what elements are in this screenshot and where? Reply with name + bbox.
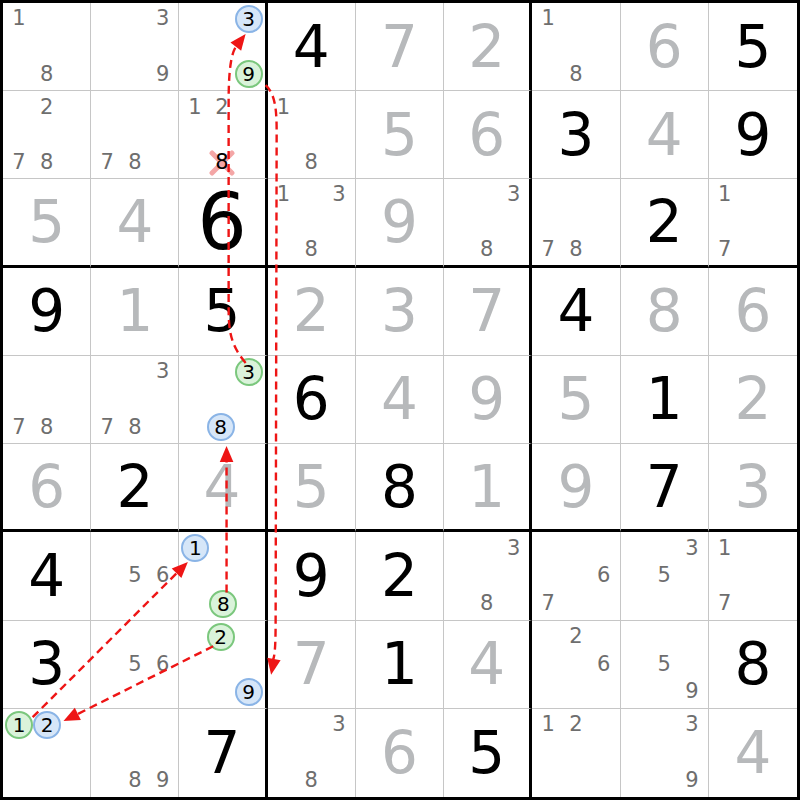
candidate-slot-4 [623,739,651,767]
candidate-slot-8: 8 [121,767,149,795]
digit: 6 [709,268,797,355]
candidate-slot-3 [590,181,618,208]
candidate-slot-1: 1 [270,93,298,121]
digit: 1 [444,444,529,529]
candidate-slot-9: 9 [678,678,706,706]
candidate-slot-8 [207,678,235,706]
cell-r1c2[interactable]: 39 [91,3,179,91]
candidate-slot-7 [623,590,651,618]
cell-r5c8[interactable]: 1 [621,356,709,444]
candidate-slot-9: 9 [149,60,177,88]
cell-r9c1[interactable]: 12 [3,709,91,797]
cell-r3c8[interactable]: 2 [621,179,709,267]
candidate-slot-9 [590,236,618,263]
candidate-slot-8 [562,678,590,706]
candidate-slot-9 [500,590,527,618]
candidate-slot-9: 9 [235,678,263,706]
candidate-slot-7 [93,767,121,795]
candidate-slot-6 [61,739,88,767]
candidate-slot-8: 8 [33,60,61,88]
cell-r5c3[interactable]: 38 [179,356,267,444]
candidate-slot-6 [149,33,177,61]
cell-r2c1[interactable]: 278 [3,91,91,179]
candidate-slot-9 [678,590,706,618]
candidates: 17 [709,532,797,619]
cell-r4c6[interactable]: 7 [444,268,532,356]
candidate-1: 1 [12,8,25,29]
candidate-slot-8: 8 [33,413,61,441]
digit: 4 [444,621,529,708]
candidate-slot-3 [149,93,177,121]
cell-r6c3[interactable]: 4 [179,444,267,532]
cell-r7c7[interactable]: 67 [532,532,620,620]
candidate-slot-4 [446,562,473,590]
candidate-slot-4 [93,386,121,414]
candidate-8: 8 [128,152,141,173]
cell-r1c4[interactable]: 4 [268,3,356,91]
cell-r6c5[interactable]: 8 [356,444,444,532]
candidate-slot-5 [650,739,678,767]
cell-r8c9[interactable]: 8 [709,621,797,709]
candidate-slot-6 [236,121,263,149]
candidate-slot-6 [590,209,618,236]
candidate-3: 3 [235,358,263,386]
candidate-slot-3 [590,711,618,739]
candidate-slot-4 [181,562,209,589]
digit: 5 [268,444,355,529]
cell-r4c7[interactable]: 4 [532,268,620,356]
digit: 4 [709,709,797,797]
cell-r5c4[interactable]: 6 [268,356,356,444]
candidate-slot-1: 1 [5,711,33,739]
cell-r5c1[interactable]: 78 [3,356,91,444]
candidate-slot-2 [121,358,149,386]
candidates: 12 [3,709,90,797]
candidate-3: 3 [156,8,169,29]
cell-r3c6[interactable]: 38 [444,179,532,267]
candidate-9: 9 [235,678,263,706]
candidate-slot-8 [121,60,149,88]
candidate-1: 1 [277,97,290,118]
candidate-slot-3 [60,358,88,386]
candidate-slot-1 [446,534,473,562]
candidates: 38 [179,356,264,443]
candidate-slot-2 [33,5,61,33]
candidates: 29 [179,621,264,708]
candidate-slot-9 [767,590,795,618]
candidate-7: 7 [12,417,25,438]
candidate-7: 7 [100,417,113,438]
candidate-slot-8 [650,678,678,706]
cell-r9c7[interactable]: 12 [532,709,620,797]
digit: 5 [3,179,90,264]
cell-r1c1[interactable]: 18 [3,3,91,91]
cell-r4c2[interactable]: 1 [91,268,179,356]
candidate-slot-3 [235,623,263,651]
cell-r5c5[interactable]: 4 [356,356,444,444]
cell-r9c5[interactable]: 6 [356,709,444,797]
candidate-slot-3 [325,93,353,121]
candidate-slot-8: 8 [33,149,61,177]
candidate-slot-6: 6 [590,562,618,590]
candidate-3: 3 [507,538,520,559]
candidate-slot-6 [590,739,618,767]
candidates: 18 [3,3,90,90]
digit: 6 [179,179,264,264]
candidate-slot-6 [235,651,263,678]
cell-r7c3[interactable]: 18 [179,532,267,620]
digit: 4 [621,91,708,178]
candidate-slot-1 [181,623,206,651]
candidate-slot-9 [61,767,88,795]
candidate-slot-3: 3 [325,711,353,739]
candidates: 78 [3,356,90,443]
candidate-slot-6 [590,33,618,61]
candidate-slot-5 [562,209,590,236]
candidate-slot-2: 2 [562,623,590,651]
candidate-slot-2 [297,711,325,739]
candidate-slot-1 [93,5,121,33]
candidate-slot-2 [473,181,500,208]
cell-r8c3[interactable]: 29 [179,621,267,709]
candidate-5: 5 [657,565,670,586]
candidate-slot-4 [5,121,33,149]
candidates: 38 [444,179,529,264]
cell-r7c9[interactable]: 17 [709,532,797,620]
candidate-6: 6 [597,565,610,586]
candidate-slot-9 [590,60,618,88]
candidate-slot-1 [270,711,298,739]
candidate-slot-3: 3 [678,711,706,739]
candidate-slot-2 [650,534,678,562]
cell-r3c1[interactable]: 5 [3,179,91,267]
cell-r8c2[interactable]: 56 [91,621,179,709]
candidate-1: 1 [542,714,555,735]
candidate-3: 3 [685,714,698,735]
candidate-slot-7 [270,767,298,795]
cell-r1c5[interactable]: 7 [356,3,444,91]
candidate-slot-8 [739,590,767,618]
digit: 5 [444,709,529,797]
candidate-slot-5 [121,386,149,414]
cell-r3c5[interactable]: 9 [356,179,444,267]
cell-r8c7[interactable]: 26 [532,621,620,709]
candidate-slot-3 [149,711,177,739]
digit: 7 [621,444,708,529]
candidate-slot-3 [590,5,618,33]
candidate-slot-5 [562,650,590,678]
candidate-slot-3 [60,93,88,121]
candidate-slot-5 [297,121,325,149]
digit: 2 [91,444,178,529]
candidate-slot-2 [209,534,237,562]
candidate-slot-1 [446,181,473,208]
cell-r2c2[interactable]: 78 [91,91,179,179]
digit: 8 [709,621,797,708]
cell-r2c8[interactable]: 4 [621,91,709,179]
cell-r6c2[interactable]: 2 [91,444,179,532]
candidate-1: 1 [277,184,290,205]
candidates: 39 [91,3,178,90]
cell-r8c4[interactable]: 7 [268,621,356,709]
candidate-slot-6 [325,121,353,149]
candidates: 18 [532,3,619,90]
sudoku-board: 1839394721865278781281856349546138938782… [0,0,800,800]
candidate-2: 2 [569,714,582,735]
candidate-slot-1 [534,623,562,651]
cell-r5c6[interactable]: 9 [444,356,532,444]
digit: 5 [356,91,443,178]
candidate-slot-3 [767,181,795,208]
cell-r3c9[interactable]: 17 [709,179,797,267]
cell-r7c8[interactable]: 35 [621,532,709,620]
candidate-1: 1 [718,538,731,559]
candidate-slot-4 [446,209,473,236]
cell-r3c3[interactable]: 6 [179,179,267,267]
candidate-slot-2 [650,711,678,739]
candidate-slot-8: 8 [209,590,237,618]
cell-r7c6[interactable]: 38 [444,532,532,620]
cell-r4c4[interactable]: 2 [268,268,356,356]
cell-r2c7[interactable]: 3 [532,91,620,179]
candidate-9: 9 [235,60,263,88]
candidate-slot-6: 6 [149,562,177,590]
digit: 1 [91,268,178,355]
candidate-slot-4 [711,209,739,236]
cell-r5c2[interactable]: 378 [91,356,179,444]
candidate-slot-4 [534,650,562,678]
digit: 7 [268,621,355,708]
candidate-slot-1 [623,623,651,651]
candidate-slot-2 [121,623,149,651]
cell-r4c5[interactable]: 3 [356,268,444,356]
cell-r8c6[interactable]: 4 [444,621,532,709]
candidate-slot-3 [236,93,263,121]
candidate-1: 1 [188,97,201,118]
digit: 4 [179,444,264,529]
sudoku-grid: 1839394721865278781281856349546138938782… [3,3,797,797]
candidate-slot-5 [473,562,500,590]
candidate-slot-1 [93,358,121,386]
digit: 4 [3,532,90,619]
cell-r1c8[interactable]: 6 [621,3,709,91]
cell-r7c2[interactable]: 56 [91,532,179,620]
candidate-slot-5 [739,562,767,590]
candidate-slot-2 [473,534,500,562]
digit: 1 [621,356,708,443]
candidate-slot-1: 1 [534,711,562,739]
candidate-slot-7 [5,60,33,88]
candidate-8: 8 [128,770,141,791]
cell-r7c5[interactable]: 2 [356,532,444,620]
digit: 8 [356,444,443,529]
digit: 6 [268,356,355,443]
candidate-slot-8: 8 [297,767,325,795]
eliminated-candidate-8: 8 [209,149,236,177]
candidate-1: 1 [542,8,555,29]
candidate-slot-9 [237,590,262,618]
digit: 5 [709,3,797,90]
candidate-slot-6 [235,386,263,413]
candidate-slot-2: 2 [209,93,236,121]
cell-r9c3[interactable]: 7 [179,709,267,797]
cell-r1c9[interactable]: 5 [709,3,797,91]
candidate-slot-8 [33,767,61,795]
cell-r6c6[interactable]: 1 [444,444,532,532]
cell-r9c8[interactable]: 39 [621,709,709,797]
cell-r6c8[interactable]: 7 [621,444,709,532]
candidate-slot-4 [270,121,298,149]
cell-r2c5[interactable]: 5 [356,91,444,179]
candidate-slot-3 [149,623,177,651]
cell-r1c7[interactable]: 18 [532,3,620,91]
candidate-9: 9 [156,770,169,791]
digit: 9 [3,268,90,355]
candidate-slot-8 [650,590,678,618]
cell-r9c9[interactable]: 4 [709,709,797,797]
candidates: 39 [621,709,708,797]
digit: 9 [532,444,619,529]
candidate-slot-9 [325,236,353,263]
digit: 1 [356,621,443,708]
cell-r4c9[interactable]: 6 [709,268,797,356]
candidate-slot-2: 2 [33,93,61,121]
candidates: 39 [179,3,264,90]
cell-r1c3[interactable]: 39 [179,3,267,91]
cell-r8c8[interactable]: 59 [621,621,709,709]
cell-r8c5[interactable]: 1 [356,621,444,709]
candidate-8: 8 [215,152,228,173]
candidate-3: 3 [235,5,263,33]
candidate-slot-3: 3 [149,5,177,33]
cell-r9c4[interactable]: 38 [268,709,356,797]
cell-r6c4[interactable]: 5 [268,444,356,532]
candidates: 17 [709,179,797,264]
candidates: 18 [268,91,355,178]
candidate-slot-7 [446,236,473,263]
candidate-slot-7 [270,149,298,177]
candidate-slot-2 [297,93,325,121]
candidate-slot-5 [562,739,590,767]
candidate-slot-8: 8 [207,413,235,441]
cell-r3c4[interactable]: 138 [268,179,356,267]
candidate-slot-7: 7 [534,590,562,618]
candidate-5: 5 [128,565,141,586]
candidate-slot-2 [739,534,767,562]
candidate-slot-9 [149,413,177,441]
cell-r1c6[interactable]: 2 [444,3,532,91]
candidate-8: 8 [40,152,53,173]
candidate-2: 2 [40,97,53,118]
candidate-slot-3 [590,623,618,651]
candidate-slot-6 [325,209,353,236]
candidate-slot-5: 5 [121,562,149,590]
cell-r9c2[interactable]: 89 [91,709,179,797]
candidate-slot-5 [473,209,500,236]
cell-r6c1[interactable]: 6 [3,444,91,532]
candidate-slot-9 [60,413,88,441]
digit: 3 [3,621,90,708]
candidate-slot-5 [33,33,61,61]
digit: 2 [444,3,529,90]
candidate-slot-8 [208,60,235,88]
cell-r5c9[interactable]: 2 [709,356,797,444]
cell-r2c9[interactable]: 9 [709,91,797,179]
candidate-slot-4 [711,562,739,590]
candidate-slot-1 [181,358,206,386]
cell-r3c2[interactable]: 4 [91,179,179,267]
candidate-slot-5 [33,739,61,767]
candidate-8: 8 [305,152,318,173]
cell-r2c4[interactable]: 18 [268,91,356,179]
candidate-2: 2 [33,711,61,739]
digit: 9 [709,91,797,178]
candidate-slot-6 [237,562,262,589]
cell-r3c7[interactable]: 78 [532,179,620,267]
candidate-slot-8 [562,590,590,618]
candidate-5: 5 [128,654,141,675]
cell-r4c8[interactable]: 8 [621,268,709,356]
candidate-slot-6 [678,650,706,678]
candidate-slot-4 [534,209,562,236]
candidate-slot-6: 6 [149,650,177,678]
cell-r4c3[interactable]: 5 [179,268,267,356]
candidate-slot-6 [500,209,527,236]
candidate-slot-1: 1 [534,5,562,33]
candidate-slot-8 [739,236,767,263]
candidate-slot-6 [325,739,353,767]
candidate-slot-7 [534,60,562,88]
cell-r9c6[interactable]: 5 [444,709,532,797]
candidate-9: 9 [685,770,698,791]
candidate-slot-8: 8 [562,236,590,263]
candidate-8: 8 [209,590,237,618]
candidate-slot-5: 5 [121,650,149,678]
cell-r8c1[interactable]: 3 [3,621,91,709]
digit: 2 [709,356,797,443]
cell-r6c9[interactable]: 3 [709,444,797,532]
cell-r7c4[interactable]: 9 [268,532,356,620]
digit: 6 [444,91,529,178]
candidate-slot-3: 3 [678,534,706,562]
candidates: 56 [91,532,178,619]
digit: 4 [91,179,178,264]
candidates: 56 [91,621,178,708]
candidate-slot-9 [325,149,353,177]
digit: 2 [621,179,708,264]
candidate-8: 8 [480,239,493,260]
candidate-slot-1: 1 [181,534,209,562]
cell-r7c1[interactable]: 4 [3,532,91,620]
candidate-slot-1: 1 [711,181,739,208]
candidate-slot-7: 7 [5,413,33,441]
cell-r5c7[interactable]: 5 [532,356,620,444]
candidate-slot-9: 9 [235,60,263,88]
cell-r4c1[interactable]: 9 [3,268,91,356]
candidate-slot-3 [149,534,177,562]
candidate-slot-4 [93,650,121,678]
cell-r6c7[interactable]: 9 [532,444,620,532]
candidates: 18 [179,532,264,619]
candidate-slot-5 [739,209,767,236]
candidate-slot-5 [209,121,236,149]
candidate-slot-5 [562,33,590,61]
candidate-8: 8 [305,239,318,260]
digit: 6 [621,3,708,90]
cell-r2c3[interactable]: 128 [179,91,267,179]
candidate-slot-4 [93,739,121,767]
cell-r2c6[interactable]: 6 [444,91,532,179]
